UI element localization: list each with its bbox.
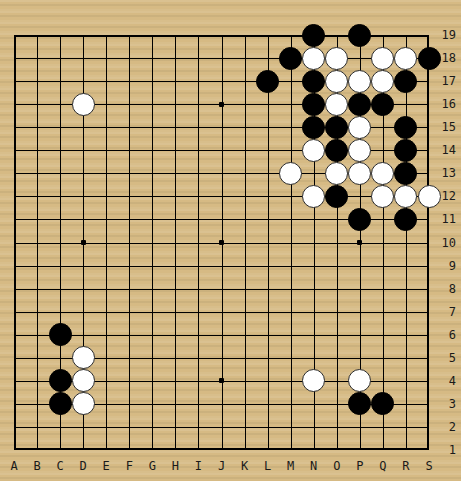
black-stone[interactable] — [279, 47, 302, 70]
white-stone[interactable] — [325, 93, 348, 116]
white-stone[interactable] — [72, 392, 95, 415]
grid-line-horizontal — [14, 427, 429, 428]
white-stone[interactable] — [72, 346, 95, 369]
white-stone[interactable] — [371, 162, 394, 185]
white-stone[interactable] — [325, 162, 348, 185]
grid-line-horizontal — [14, 335, 429, 336]
row-label-7: 7 — [436, 305, 456, 319]
row-label-12: 12 — [436, 189, 456, 203]
white-stone[interactable] — [72, 369, 95, 392]
row-label-1: 1 — [436, 443, 456, 457]
column-label-E: E — [96, 459, 116, 473]
black-stone[interactable] — [325, 116, 348, 139]
white-stone[interactable] — [325, 47, 348, 70]
row-label-13: 13 — [436, 166, 456, 180]
black-stone[interactable] — [49, 392, 72, 415]
grid-line-horizontal — [14, 448, 429, 450]
grid-line-horizontal — [14, 266, 429, 267]
column-label-R: R — [396, 459, 416, 473]
white-stone[interactable] — [348, 369, 371, 392]
grid-line-vertical — [291, 35, 292, 450]
go-diagram: ABCDEFGHIJKLMNOPQRS191817161514131211109… — [0, 0, 461, 481]
row-label-10: 10 — [436, 236, 456, 250]
column-label-B: B — [27, 459, 47, 473]
white-stone[interactable] — [279, 162, 302, 185]
black-stone[interactable] — [49, 369, 72, 392]
white-stone[interactable] — [348, 162, 371, 185]
row-label-11: 11 — [436, 212, 456, 226]
black-stone[interactable] — [348, 392, 371, 415]
row-label-16: 16 — [436, 97, 456, 111]
column-label-D: D — [73, 459, 93, 473]
row-label-9: 9 — [436, 259, 456, 273]
row-label-4: 4 — [436, 374, 456, 388]
row-label-15: 15 — [436, 120, 456, 134]
star-point — [219, 240, 224, 245]
star-point — [219, 102, 224, 107]
white-stone[interactable] — [325, 70, 348, 93]
black-stone[interactable] — [49, 323, 72, 346]
column-label-I: I — [188, 459, 208, 473]
column-label-F: F — [119, 459, 139, 473]
column-label-G: G — [142, 459, 162, 473]
column-label-A: A — [4, 459, 24, 473]
grid-line-vertical — [268, 35, 269, 450]
star-point — [81, 240, 86, 245]
black-stone[interactable] — [348, 24, 371, 47]
black-stone[interactable] — [325, 139, 348, 162]
column-label-K: K — [235, 459, 255, 473]
column-label-S: S — [419, 459, 439, 473]
white-stone[interactable] — [302, 185, 325, 208]
black-stone[interactable] — [371, 93, 394, 116]
column-label-J: J — [212, 459, 232, 473]
row-label-14: 14 — [436, 143, 456, 157]
grid-line-horizontal — [14, 312, 429, 313]
row-label-8: 8 — [436, 282, 456, 296]
column-label-L: L — [258, 459, 278, 473]
black-stone[interactable] — [394, 70, 417, 93]
column-label-H: H — [165, 459, 185, 473]
grid-line-vertical — [406, 35, 407, 450]
column-label-O: O — [327, 459, 347, 473]
grid-line-horizontal — [14, 289, 429, 290]
column-label-M: M — [281, 459, 301, 473]
row-label-5: 5 — [436, 351, 456, 365]
black-stone[interactable] — [348, 93, 371, 116]
black-stone[interactable] — [302, 93, 325, 116]
white-stone[interactable] — [394, 47, 417, 70]
black-stone[interactable] — [256, 70, 279, 93]
black-stone[interactable] — [302, 24, 325, 47]
black-stone[interactable] — [394, 162, 417, 185]
white-stone[interactable] — [348, 116, 371, 139]
grid-line-vertical — [245, 35, 246, 450]
column-label-N: N — [304, 459, 324, 473]
row-label-19: 19 — [436, 28, 456, 42]
white-stone[interactable] — [302, 139, 325, 162]
white-stone[interactable] — [371, 70, 394, 93]
row-label-17: 17 — [436, 74, 456, 88]
white-stone[interactable] — [348, 139, 371, 162]
white-stone[interactable] — [371, 47, 394, 70]
grid-line-vertical — [427, 35, 429, 450]
black-stone[interactable] — [348, 208, 371, 231]
black-stone[interactable] — [394, 208, 417, 231]
black-stone[interactable] — [302, 70, 325, 93]
white-stone[interactable] — [394, 185, 417, 208]
white-stone[interactable] — [302, 47, 325, 70]
go-board[interactable] — [14, 35, 429, 450]
black-stone[interactable] — [325, 185, 348, 208]
column-label-P: P — [350, 459, 370, 473]
black-stone[interactable] — [302, 116, 325, 139]
white-stone[interactable] — [348, 70, 371, 93]
row-label-2: 2 — [436, 420, 456, 434]
white-stone[interactable] — [302, 369, 325, 392]
row-label-6: 6 — [436, 328, 456, 342]
black-stone[interactable] — [394, 116, 417, 139]
white-stone[interactable] — [72, 93, 95, 116]
column-label-Q: Q — [373, 459, 393, 473]
row-label-18: 18 — [436, 51, 456, 65]
white-stone[interactable] — [371, 185, 394, 208]
black-stone[interactable] — [371, 392, 394, 415]
column-label-C: C — [50, 459, 70, 473]
star-point — [357, 240, 362, 245]
star-point — [219, 378, 224, 383]
row-label-3: 3 — [436, 397, 456, 411]
black-stone[interactable] — [394, 139, 417, 162]
